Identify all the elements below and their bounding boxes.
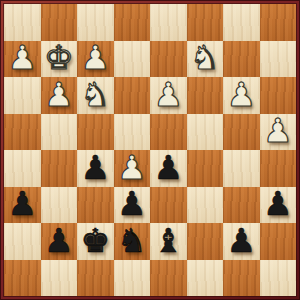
square-d6[interactable] (114, 77, 151, 114)
black-king[interactable]: ♚ (80, 224, 110, 257)
square-f6[interactable] (187, 77, 224, 114)
square-a7[interactable]: ♟ (4, 41, 41, 78)
board-frame: ♟♚♟♞♟♞♟♟♟♟♟♟♟♟♟♟♚♞♝♟ (0, 0, 300, 300)
square-b6[interactable]: ♟ (41, 77, 78, 114)
square-g7[interactable] (223, 41, 260, 78)
square-d7[interactable] (114, 41, 151, 78)
square-c4[interactable]: ♟ (77, 150, 114, 187)
white-pawn[interactable]: ♟ (226, 78, 256, 111)
black-pawn[interactable]: ♟ (263, 187, 293, 220)
square-h5[interactable]: ♟ (260, 114, 297, 151)
square-f5[interactable] (187, 114, 224, 151)
square-d2[interactable]: ♞ (114, 223, 151, 260)
square-b4[interactable] (41, 150, 78, 187)
square-b7[interactable]: ♚ (41, 41, 78, 78)
square-g2[interactable]: ♟ (223, 223, 260, 260)
square-d3[interactable]: ♟ (114, 187, 151, 224)
square-c7[interactable]: ♟ (77, 41, 114, 78)
white-pawn[interactable]: ♟ (263, 114, 293, 147)
square-c2[interactable]: ♚ (77, 223, 114, 260)
square-h2[interactable] (260, 223, 297, 260)
black-pawn[interactable]: ♟ (226, 224, 256, 257)
square-e2[interactable]: ♝ (150, 223, 187, 260)
white-knight[interactable]: ♞ (80, 78, 110, 111)
black-pawn[interactable]: ♟ (153, 151, 183, 184)
square-f8[interactable] (187, 4, 224, 41)
square-a4[interactable] (4, 150, 41, 187)
square-h1[interactable] (260, 260, 297, 297)
square-d1[interactable] (114, 260, 151, 297)
square-f3[interactable] (187, 187, 224, 224)
square-h6[interactable] (260, 77, 297, 114)
square-e5[interactable] (150, 114, 187, 151)
square-f4[interactable] (187, 150, 224, 187)
square-b1[interactable] (41, 260, 78, 297)
white-pawn[interactable]: ♟ (153, 78, 183, 111)
square-a5[interactable] (4, 114, 41, 151)
square-e3[interactable] (150, 187, 187, 224)
black-pawn[interactable]: ♟ (80, 151, 110, 184)
square-a1[interactable] (4, 260, 41, 297)
square-c3[interactable] (77, 187, 114, 224)
square-a6[interactable] (4, 77, 41, 114)
white-pawn[interactable]: ♟ (80, 41, 110, 74)
square-f7[interactable]: ♞ (187, 41, 224, 78)
black-pawn[interactable]: ♟ (7, 187, 37, 220)
square-c6[interactable]: ♞ (77, 77, 114, 114)
square-d4[interactable]: ♟ (114, 150, 151, 187)
square-e6[interactable]: ♟ (150, 77, 187, 114)
square-g1[interactable] (223, 260, 260, 297)
square-a2[interactable] (4, 223, 41, 260)
square-h3[interactable]: ♟ (260, 187, 297, 224)
black-bishop[interactable]: ♝ (153, 224, 183, 257)
square-b2[interactable]: ♟ (41, 223, 78, 260)
square-g5[interactable] (223, 114, 260, 151)
square-e8[interactable] (150, 4, 187, 41)
square-b8[interactable] (41, 4, 78, 41)
square-h4[interactable] (260, 150, 297, 187)
black-knight[interactable]: ♞ (117, 224, 147, 257)
white-pawn[interactable]: ♟ (7, 41, 37, 74)
square-g6[interactable]: ♟ (223, 77, 260, 114)
white-knight[interactable]: ♞ (190, 41, 220, 74)
square-f1[interactable] (187, 260, 224, 297)
square-c8[interactable] (77, 4, 114, 41)
square-e1[interactable] (150, 260, 187, 297)
black-pawn[interactable]: ♟ (117, 187, 147, 220)
square-b3[interactable] (41, 187, 78, 224)
square-d5[interactable] (114, 114, 151, 151)
square-b5[interactable] (41, 114, 78, 151)
square-g8[interactable] (223, 4, 260, 41)
square-e7[interactable] (150, 41, 187, 78)
square-g3[interactable] (223, 187, 260, 224)
square-f2[interactable] (187, 223, 224, 260)
square-a3[interactable]: ♟ (4, 187, 41, 224)
white-king[interactable]: ♚ (44, 41, 74, 74)
white-pawn[interactable]: ♟ (44, 78, 74, 111)
white-pawn[interactable]: ♟ (117, 151, 147, 184)
square-a8[interactable] (4, 4, 41, 41)
square-g4[interactable] (223, 150, 260, 187)
black-pawn[interactable]: ♟ (44, 224, 74, 257)
square-c5[interactable] (77, 114, 114, 151)
square-e4[interactable]: ♟ (150, 150, 187, 187)
square-d8[interactable] (114, 4, 151, 41)
square-c1[interactable] (77, 260, 114, 297)
square-h7[interactable] (260, 41, 297, 78)
chess-board: ♟♚♟♞♟♞♟♟♟♟♟♟♟♟♟♟♚♞♝♟ (4, 4, 296, 296)
square-h8[interactable] (260, 4, 297, 41)
